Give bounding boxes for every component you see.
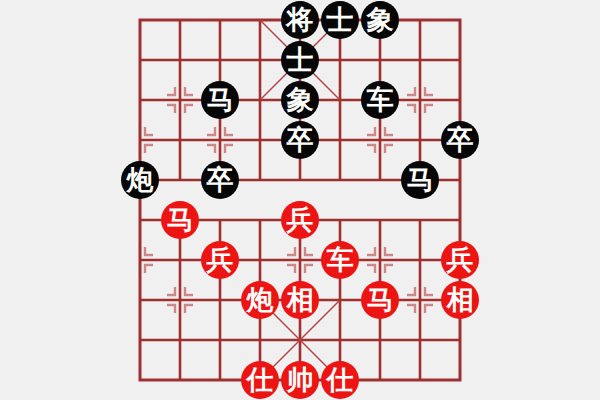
board-point[interactable] — [160, 120, 200, 160]
board-point[interactable] — [400, 0, 440, 40]
board-point[interactable] — [240, 160, 280, 200]
board-point[interactable] — [120, 40, 160, 80]
piece-black-elephant[interactable]: 象 — [361, 1, 399, 39]
board-point[interactable] — [200, 200, 240, 240]
board-point[interactable]: 兵 — [280, 200, 320, 240]
board-point[interactable] — [360, 120, 400, 160]
board-point[interactable] — [240, 120, 280, 160]
piece-red-soldier[interactable]: 兵 — [441, 241, 479, 279]
piece-black-chariot[interactable]: 车 — [361, 81, 399, 119]
board-point[interactable] — [200, 40, 240, 80]
board-point[interactable] — [120, 200, 160, 240]
board-point[interactable] — [200, 280, 240, 320]
board-point[interactable] — [400, 120, 440, 160]
board-point[interactable] — [120, 280, 160, 320]
board-point[interactable] — [200, 120, 240, 160]
piece-black-soldier[interactable]: 卒 — [441, 121, 479, 159]
board-point[interactable] — [160, 240, 200, 280]
piece-red-horse[interactable]: 马 — [361, 281, 399, 319]
board-point[interactable]: 车 — [320, 240, 360, 280]
board-point[interactable] — [440, 360, 480, 400]
board-point[interactable] — [120, 120, 160, 160]
board-point[interactable] — [400, 40, 440, 80]
board-point[interactable] — [120, 80, 160, 120]
board-point[interactable] — [240, 80, 280, 120]
board-point[interactable]: 马 — [400, 160, 440, 200]
piece-black-horse[interactable]: 马 — [401, 161, 439, 199]
piece-black-elephant[interactable]: 象 — [281, 81, 319, 119]
board-point[interactable]: 士 — [320, 0, 360, 40]
board-point[interactable] — [160, 280, 200, 320]
board-point[interactable] — [360, 360, 400, 400]
piece-red-soldier[interactable]: 兵 — [281, 201, 319, 239]
board-point[interactable] — [120, 0, 160, 40]
piece-red-elephant[interactable]: 相 — [441, 281, 479, 319]
board-point[interactable] — [160, 80, 200, 120]
board-point[interactable]: 相 — [440, 280, 480, 320]
piece-black-cannon[interactable]: 炮 — [121, 161, 159, 199]
board-point[interactable] — [440, 320, 480, 360]
board-point[interactable] — [200, 360, 240, 400]
board-point[interactable] — [120, 320, 160, 360]
piece-black-advisor[interactable]: 士 — [281, 41, 319, 79]
board-point[interactable] — [320, 40, 360, 80]
board-point[interactable]: 帅 — [280, 360, 320, 400]
board-point[interactable]: 兵 — [200, 240, 240, 280]
board-point[interactable] — [160, 40, 200, 80]
piece-black-horse[interactable]: 马 — [201, 81, 239, 119]
board-point[interactable]: 马 — [360, 280, 400, 320]
board-point[interactable] — [240, 40, 280, 80]
piece-red-advisor[interactable]: 仕 — [321, 361, 359, 399]
board-point[interactable]: 相 — [280, 280, 320, 320]
board-point[interactable]: 将 — [280, 0, 320, 40]
board-point[interactable]: 炮 — [240, 280, 280, 320]
board-point[interactable] — [160, 0, 200, 40]
piece-red-soldier[interactable]: 兵 — [201, 241, 239, 279]
board-point[interactable] — [160, 160, 200, 200]
board-point[interactable] — [440, 40, 480, 80]
board-point[interactable] — [440, 160, 480, 200]
board-point[interactable] — [320, 120, 360, 160]
board-point[interactable]: 卒 — [200, 160, 240, 200]
board-point[interactable] — [320, 320, 360, 360]
board-point[interactable] — [320, 200, 360, 240]
board-point[interactable]: 车 — [360, 80, 400, 120]
board-point[interactable]: 士 — [280, 40, 320, 80]
board-point[interactable] — [240, 240, 280, 280]
board-point[interactable] — [320, 280, 360, 320]
piece-black-soldier[interactable]: 卒 — [201, 161, 239, 199]
board-point[interactable]: 卒 — [280, 120, 320, 160]
board-point[interactable] — [400, 240, 440, 280]
board-point[interactable] — [400, 200, 440, 240]
board-point[interactable] — [280, 160, 320, 200]
board-point[interactable] — [320, 80, 360, 120]
board-point[interactable]: 象 — [280, 80, 320, 120]
board-point[interactable]: 仕 — [240, 360, 280, 400]
piece-red-chariot[interactable]: 车 — [321, 241, 359, 279]
board-point[interactable] — [400, 360, 440, 400]
xiangqi-board-screen: 将士象士马象车卒卒炮卒马马兵兵车兵炮相马相仕帅仕 — [0, 0, 600, 400]
xiangqi-board-grid: 将士象士马象车卒卒炮卒马马兵兵车兵炮相马相仕帅仕 — [120, 0, 480, 400]
board-point[interactable]: 马 — [200, 80, 240, 120]
board-point[interactable] — [400, 80, 440, 120]
board-point[interactable] — [160, 360, 200, 400]
piece-black-soldier[interactable]: 卒 — [281, 121, 319, 159]
board-point[interactable] — [320, 160, 360, 200]
board-point[interactable] — [280, 320, 320, 360]
board-point[interactable] — [360, 320, 400, 360]
board-point[interactable] — [400, 320, 440, 360]
piece-red-advisor[interactable]: 仕 — [241, 361, 279, 399]
piece-black-general[interactable]: 将 — [281, 1, 319, 39]
board-point[interactable] — [120, 360, 160, 400]
board-point[interactable] — [360, 200, 400, 240]
board-point[interactable] — [360, 160, 400, 200]
board-point[interactable] — [360, 40, 400, 80]
board-point[interactable]: 炮 — [120, 160, 160, 200]
board-point[interactable] — [160, 320, 200, 360]
piece-red-general[interactable]: 帅 — [281, 361, 319, 399]
board-point[interactable]: 马 — [160, 200, 200, 240]
piece-red-elephant[interactable]: 相 — [281, 281, 319, 319]
board-point[interactable] — [440, 200, 480, 240]
board-point[interactable] — [200, 0, 240, 40]
board-point[interactable] — [360, 240, 400, 280]
board-point[interactable] — [440, 80, 480, 120]
board-point[interactable] — [120, 240, 160, 280]
board-point[interactable] — [440, 0, 480, 40]
piece-red-cannon[interactable]: 炮 — [241, 281, 279, 319]
board-point[interactable] — [200, 320, 240, 360]
board-point[interactable]: 兵 — [440, 240, 480, 280]
board-point[interactable]: 仕 — [320, 360, 360, 400]
piece-red-horse[interactable]: 马 — [161, 201, 199, 239]
piece-black-advisor[interactable]: 士 — [321, 1, 359, 39]
board-point[interactable] — [280, 240, 320, 280]
board-point[interactable] — [400, 280, 440, 320]
board-point[interactable] — [240, 200, 280, 240]
board-point[interactable] — [240, 0, 280, 40]
board-point[interactable] — [240, 320, 280, 360]
board-point[interactable]: 象 — [360, 0, 400, 40]
board-point[interactable]: 卒 — [440, 120, 480, 160]
